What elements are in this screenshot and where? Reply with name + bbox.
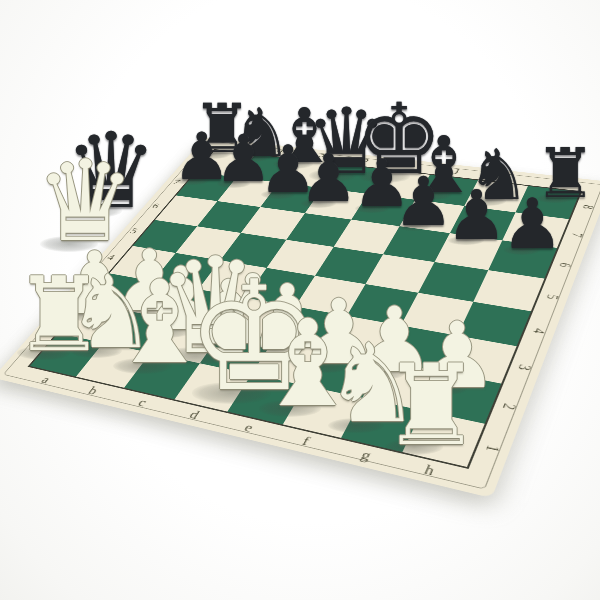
chess-set-photo: aabbccddeeffgghh8877665544332211 ♜♞♝♛♚♟♟… xyxy=(0,0,600,600)
black-pawn-glyph: ♟ xyxy=(501,190,563,259)
black-pawn-glyph: ♟ xyxy=(393,167,453,234)
white-rook-glyph: ♜ xyxy=(13,264,105,366)
black-pawn-glyph: ♟ xyxy=(299,146,358,212)
white-rook-glyph: ♜ xyxy=(381,349,481,461)
black-pawn-glyph: ♟ xyxy=(446,180,508,249)
pieces-layer: ♜♞♝♛♚♟♟♝♟♜♞♟♟♛♟♟♛♟♟♟♟♟♟♞♜♛♝♟♟♟♚♝♞♜ xyxy=(0,0,600,600)
